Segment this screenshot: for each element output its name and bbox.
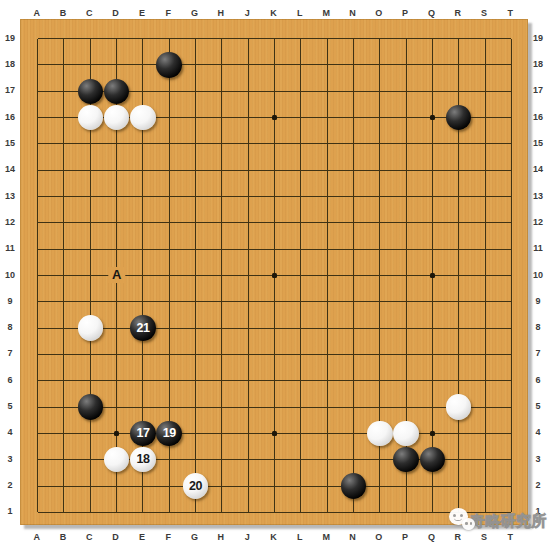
board-point-R3[interactable] — [446, 447, 472, 473]
board-point-F3[interactable] — [156, 447, 182, 473]
board-point-P17[interactable] — [393, 78, 419, 104]
board-point-N8[interactable] — [340, 315, 366, 341]
board-point-N6[interactable] — [340, 368, 366, 394]
board-point-T16[interactable] — [498, 104, 524, 130]
board-point-M2[interactable] — [314, 473, 340, 499]
board-point-L1[interactable] — [288, 499, 314, 525]
board-point-D3[interactable] — [103, 447, 129, 473]
board-point-H5[interactable] — [209, 394, 235, 420]
board-point-H15[interactable] — [209, 131, 235, 157]
board-point-F2[interactable] — [156, 473, 182, 499]
board-point-J16[interactable] — [235, 104, 261, 130]
board-point-Q18[interactable] — [419, 52, 445, 78]
board-point-M15[interactable] — [314, 131, 340, 157]
board-point-S17[interactable] — [472, 78, 498, 104]
board-point-E12[interactable] — [130, 210, 156, 236]
board-point-N14[interactable] — [340, 157, 366, 183]
board-point-Q8[interactable] — [419, 315, 445, 341]
board-point-H6[interactable] — [209, 368, 235, 394]
board-point-G10[interactable] — [182, 262, 208, 288]
board-point-Q9[interactable] — [419, 289, 445, 315]
board-point-N11[interactable] — [340, 236, 366, 262]
board-point-R10[interactable] — [446, 262, 472, 288]
board-point-C9[interactable] — [77, 289, 103, 315]
board-point-A2[interactable] — [25, 473, 51, 499]
board-point-R7[interactable] — [446, 341, 472, 367]
board-point-A11[interactable] — [25, 236, 51, 262]
board-point-F8[interactable] — [156, 315, 182, 341]
board-point-H8[interactable] — [209, 315, 235, 341]
board-point-D15[interactable] — [103, 131, 129, 157]
board-point-E5[interactable] — [130, 394, 156, 420]
board-point-H2[interactable] — [209, 473, 235, 499]
board-point-L14[interactable] — [288, 157, 314, 183]
board-point-Q12[interactable] — [419, 210, 445, 236]
board-point-J18[interactable] — [235, 52, 261, 78]
board-point-C11[interactable] — [77, 236, 103, 262]
board-point-B1[interactable] — [51, 499, 77, 525]
board-point-N5[interactable] — [340, 394, 366, 420]
board-point-H12[interactable] — [209, 210, 235, 236]
board-point-E10[interactable] — [130, 262, 156, 288]
board-point-O10[interactable] — [367, 262, 393, 288]
board-point-G1[interactable] — [182, 499, 208, 525]
board-point-Q11[interactable] — [419, 236, 445, 262]
board-point-O19[interactable] — [367, 26, 393, 52]
board-point-D18[interactable] — [103, 52, 129, 78]
board-point-F7[interactable] — [156, 341, 182, 367]
board-point-D6[interactable] — [103, 368, 129, 394]
board-point-M6[interactable] — [314, 368, 340, 394]
board-point-K12[interactable] — [261, 210, 287, 236]
board-point-Q16[interactable] — [419, 104, 445, 130]
board-point-Q2[interactable] — [419, 473, 445, 499]
board-point-P11[interactable] — [393, 236, 419, 262]
board-point-B15[interactable] — [51, 131, 77, 157]
board-point-N1[interactable] — [340, 499, 366, 525]
board-point-J4[interactable] — [235, 420, 261, 446]
board-point-M17[interactable] — [314, 78, 340, 104]
board-point-Q1[interactable] — [419, 499, 445, 525]
board-point-M19[interactable] — [314, 26, 340, 52]
board-point-S18[interactable] — [472, 52, 498, 78]
board-point-D8[interactable] — [103, 315, 129, 341]
board-point-O2[interactable] — [367, 473, 393, 499]
board-point-K18[interactable] — [261, 52, 287, 78]
board-point-Q19[interactable] — [419, 26, 445, 52]
board-point-M11[interactable] — [314, 236, 340, 262]
board-point-A13[interactable] — [25, 183, 51, 209]
board-point-M16[interactable] — [314, 104, 340, 130]
board-point-T7[interactable] — [498, 341, 524, 367]
board-point-T3[interactable] — [498, 447, 524, 473]
board-point-B7[interactable] — [51, 341, 77, 367]
board-point-L8[interactable] — [288, 315, 314, 341]
board-point-N2[interactable] — [340, 473, 366, 499]
board-point-R12[interactable] — [446, 210, 472, 236]
board-point-A15[interactable] — [25, 131, 51, 157]
board-point-L16[interactable] — [288, 104, 314, 130]
board-point-P12[interactable] — [393, 210, 419, 236]
board-point-G16[interactable] — [182, 104, 208, 130]
board-point-C14[interactable] — [77, 157, 103, 183]
board-point-Q15[interactable] — [419, 131, 445, 157]
board-point-T10[interactable] — [498, 262, 524, 288]
board-point-S6[interactable] — [472, 368, 498, 394]
board-point-O13[interactable] — [367, 183, 393, 209]
board-point-L12[interactable] — [288, 210, 314, 236]
board-point-E14[interactable] — [130, 157, 156, 183]
board-point-L13[interactable] — [288, 183, 314, 209]
board-point-P2[interactable] — [393, 473, 419, 499]
board-point-J2[interactable] — [235, 473, 261, 499]
board-point-A5[interactable] — [25, 394, 51, 420]
board-point-L9[interactable] — [288, 289, 314, 315]
board-point-K10[interactable] — [261, 262, 287, 288]
board-point-L11[interactable] — [288, 236, 314, 262]
board-point-A19[interactable] — [25, 26, 51, 52]
board-point-E4[interactable]: 17 — [130, 420, 156, 446]
board-point-D19[interactable] — [103, 26, 129, 52]
board-point-O17[interactable] — [367, 78, 393, 104]
board-point-F10[interactable] — [156, 262, 182, 288]
board-point-H13[interactable] — [209, 183, 235, 209]
board-point-L6[interactable] — [288, 368, 314, 394]
board-point-H11[interactable] — [209, 236, 235, 262]
board-point-M12[interactable] — [314, 210, 340, 236]
board-point-P18[interactable] — [393, 52, 419, 78]
board-point-B17[interactable] — [51, 78, 77, 104]
board-point-R18[interactable] — [446, 52, 472, 78]
board-point-R17[interactable] — [446, 78, 472, 104]
board-point-J19[interactable] — [235, 26, 261, 52]
board-point-A16[interactable] — [25, 104, 51, 130]
board-point-G5[interactable] — [182, 394, 208, 420]
board-point-R5[interactable] — [446, 394, 472, 420]
board-point-S3[interactable] — [472, 447, 498, 473]
board-point-A8[interactable] — [25, 315, 51, 341]
board-point-L5[interactable] — [288, 394, 314, 420]
board-point-G9[interactable] — [182, 289, 208, 315]
board-point-O15[interactable] — [367, 131, 393, 157]
board-point-E2[interactable] — [130, 473, 156, 499]
board-point-G18[interactable] — [182, 52, 208, 78]
board-point-A1[interactable] — [25, 499, 51, 525]
board-point-C1[interactable] — [77, 499, 103, 525]
board-point-T11[interactable] — [498, 236, 524, 262]
board-point-Q4[interactable] — [419, 420, 445, 446]
board-point-B12[interactable] — [51, 210, 77, 236]
board-point-N17[interactable] — [340, 78, 366, 104]
board-point-A4[interactable] — [25, 420, 51, 446]
board-point-P8[interactable] — [393, 315, 419, 341]
board-point-R6[interactable] — [446, 368, 472, 394]
board-point-Q17[interactable] — [419, 78, 445, 104]
board-point-G7[interactable] — [182, 341, 208, 367]
board-point-J13[interactable] — [235, 183, 261, 209]
board-point-F6[interactable] — [156, 368, 182, 394]
board-point-J10[interactable] — [235, 262, 261, 288]
board-point-B10[interactable] — [51, 262, 77, 288]
board-point-D7[interactable] — [103, 341, 129, 367]
board-point-H3[interactable] — [209, 447, 235, 473]
board-point-N13[interactable] — [340, 183, 366, 209]
board-point-B6[interactable] — [51, 368, 77, 394]
board-point-H19[interactable] — [209, 26, 235, 52]
board-point-P6[interactable] — [393, 368, 419, 394]
board-point-S12[interactable] — [472, 210, 498, 236]
board-point-S7[interactable] — [472, 341, 498, 367]
board-point-N18[interactable] — [340, 52, 366, 78]
board-point-C7[interactable] — [77, 341, 103, 367]
board-point-E6[interactable] — [130, 368, 156, 394]
board-point-Q10[interactable] — [419, 262, 445, 288]
board-point-C16[interactable] — [77, 104, 103, 130]
board-point-K9[interactable] — [261, 289, 287, 315]
board-point-M5[interactable] — [314, 394, 340, 420]
board-point-Q14[interactable] — [419, 157, 445, 183]
board-point-J3[interactable] — [235, 447, 261, 473]
board-point-G6[interactable] — [182, 368, 208, 394]
board-point-J12[interactable] — [235, 210, 261, 236]
board-point-O11[interactable] — [367, 236, 393, 262]
board-point-K7[interactable] — [261, 341, 287, 367]
board-point-A6[interactable] — [25, 368, 51, 394]
board-point-D17[interactable] — [103, 78, 129, 104]
board-point-S8[interactable] — [472, 315, 498, 341]
board-point-D16[interactable] — [103, 104, 129, 130]
board-point-M10[interactable] — [314, 262, 340, 288]
board-point-J11[interactable] — [235, 236, 261, 262]
board-point-F9[interactable] — [156, 289, 182, 315]
board-point-F13[interactable] — [156, 183, 182, 209]
board-point-O12[interactable] — [367, 210, 393, 236]
board-point-A12[interactable] — [25, 210, 51, 236]
board-point-Q3[interactable] — [419, 447, 445, 473]
board-point-N19[interactable] — [340, 26, 366, 52]
board-point-K3[interactable] — [261, 447, 287, 473]
board-point-H9[interactable] — [209, 289, 235, 315]
board-point-F17[interactable] — [156, 78, 182, 104]
board-point-R11[interactable] — [446, 236, 472, 262]
board-point-J8[interactable] — [235, 315, 261, 341]
board-point-C12[interactable] — [77, 210, 103, 236]
board-point-P19[interactable] — [393, 26, 419, 52]
board-point-R4[interactable] — [446, 420, 472, 446]
board-point-H1[interactable] — [209, 499, 235, 525]
board-point-F5[interactable] — [156, 394, 182, 420]
board-point-L17[interactable] — [288, 78, 314, 104]
board-point-Q5[interactable] — [419, 394, 445, 420]
board-point-L19[interactable] — [288, 26, 314, 52]
board-point-A9[interactable] — [25, 289, 51, 315]
board-point-L3[interactable] — [288, 447, 314, 473]
board-point-B4[interactable] — [51, 420, 77, 446]
board-point-S9[interactable] — [472, 289, 498, 315]
board-point-E18[interactable] — [130, 52, 156, 78]
board-point-K19[interactable] — [261, 26, 287, 52]
board-point-R9[interactable] — [446, 289, 472, 315]
board-point-B13[interactable] — [51, 183, 77, 209]
board-point-K4[interactable] — [261, 420, 287, 446]
board-point-M13[interactable] — [314, 183, 340, 209]
board-point-P15[interactable] — [393, 131, 419, 157]
board-point-G2[interactable]: 20 — [182, 473, 208, 499]
board-point-H7[interactable] — [209, 341, 235, 367]
board-point-O8[interactable] — [367, 315, 393, 341]
board-point-F12[interactable] — [156, 210, 182, 236]
board-point-B19[interactable] — [51, 26, 77, 52]
board-point-K5[interactable] — [261, 394, 287, 420]
board-point-B5[interactable] — [51, 394, 77, 420]
board-point-T4[interactable] — [498, 420, 524, 446]
board-point-D1[interactable] — [103, 499, 129, 525]
board-point-A14[interactable] — [25, 157, 51, 183]
board-point-T6[interactable] — [498, 368, 524, 394]
board-point-N3[interactable] — [340, 447, 366, 473]
board-point-J7[interactable] — [235, 341, 261, 367]
board-point-D14[interactable] — [103, 157, 129, 183]
board-point-J6[interactable] — [235, 368, 261, 394]
board-point-S19[interactable] — [472, 26, 498, 52]
board-point-G11[interactable] — [182, 236, 208, 262]
board-point-R16[interactable] — [446, 104, 472, 130]
board-point-F1[interactable] — [156, 499, 182, 525]
board-point-F19[interactable] — [156, 26, 182, 52]
board-point-O5[interactable] — [367, 394, 393, 420]
board-point-B9[interactable] — [51, 289, 77, 315]
board-point-E19[interactable] — [130, 26, 156, 52]
board-point-P5[interactable] — [393, 394, 419, 420]
board-point-T9[interactable] — [498, 289, 524, 315]
board-point-Q6[interactable] — [419, 368, 445, 394]
board-point-D4[interactable] — [103, 420, 129, 446]
board-point-L10[interactable] — [288, 262, 314, 288]
board-point-C19[interactable] — [77, 26, 103, 52]
board-point-D5[interactable] — [103, 394, 129, 420]
board-point-M3[interactable] — [314, 447, 340, 473]
board-point-G12[interactable] — [182, 210, 208, 236]
board-point-O6[interactable] — [367, 368, 393, 394]
board-point-F15[interactable] — [156, 131, 182, 157]
board-point-O9[interactable] — [367, 289, 393, 315]
board-point-N4[interactable] — [340, 420, 366, 446]
board-point-C18[interactable] — [77, 52, 103, 78]
board-point-D9[interactable] — [103, 289, 129, 315]
board-point-K14[interactable] — [261, 157, 287, 183]
board-point-T5[interactable] — [498, 394, 524, 420]
board-point-B3[interactable] — [51, 447, 77, 473]
board-point-S15[interactable] — [472, 131, 498, 157]
board-point-K8[interactable] — [261, 315, 287, 341]
board-point-O1[interactable] — [367, 499, 393, 525]
board-point-A10[interactable] — [25, 262, 51, 288]
board-point-L2[interactable] — [288, 473, 314, 499]
board-point-D10[interactable]: A — [103, 262, 129, 288]
board-point-F11[interactable] — [156, 236, 182, 262]
board-point-C15[interactable] — [77, 131, 103, 157]
board-point-B11[interactable] — [51, 236, 77, 262]
board-point-L18[interactable] — [288, 52, 314, 78]
board-point-L4[interactable] — [288, 420, 314, 446]
board-point-R13[interactable] — [446, 183, 472, 209]
board-point-C6[interactable] — [77, 368, 103, 394]
board-point-B2[interactable] — [51, 473, 77, 499]
board-point-J15[interactable] — [235, 131, 261, 157]
board-point-R15[interactable] — [446, 131, 472, 157]
board-point-F18[interactable] — [156, 52, 182, 78]
board-point-M7[interactable] — [314, 341, 340, 367]
board-point-P16[interactable] — [393, 104, 419, 130]
board-point-E3[interactable]: 18 — [130, 447, 156, 473]
board-point-R8[interactable] — [446, 315, 472, 341]
board-point-M14[interactable] — [314, 157, 340, 183]
board-point-G15[interactable] — [182, 131, 208, 157]
board-point-E8[interactable]: 21 — [130, 315, 156, 341]
board-point-P13[interactable] — [393, 183, 419, 209]
board-point-A17[interactable] — [25, 78, 51, 104]
board-point-L15[interactable] — [288, 131, 314, 157]
board-point-H16[interactable] — [209, 104, 235, 130]
board-point-E17[interactable] — [130, 78, 156, 104]
board-point-C10[interactable] — [77, 262, 103, 288]
board-point-B16[interactable] — [51, 104, 77, 130]
board-point-M1[interactable] — [314, 499, 340, 525]
board-point-L7[interactable] — [288, 341, 314, 367]
board-point-S10[interactable] — [472, 262, 498, 288]
board-point-O4[interactable] — [367, 420, 393, 446]
board-point-A3[interactable] — [25, 447, 51, 473]
board-point-G8[interactable] — [182, 315, 208, 341]
board-point-S11[interactable] — [472, 236, 498, 262]
board-point-T2[interactable] — [498, 473, 524, 499]
board-point-K6[interactable] — [261, 368, 287, 394]
board-point-T17[interactable] — [498, 78, 524, 104]
board-point-T14[interactable] — [498, 157, 524, 183]
board-point-S16[interactable] — [472, 104, 498, 130]
board-point-P14[interactable] — [393, 157, 419, 183]
board-point-K2[interactable] — [261, 473, 287, 499]
board-point-M4[interactable] — [314, 420, 340, 446]
board-point-K17[interactable] — [261, 78, 287, 104]
board-point-N16[interactable] — [340, 104, 366, 130]
board-point-T19[interactable] — [498, 26, 524, 52]
board-point-P9[interactable] — [393, 289, 419, 315]
board-point-J9[interactable] — [235, 289, 261, 315]
board-point-C3[interactable] — [77, 447, 103, 473]
board-point-O18[interactable] — [367, 52, 393, 78]
board-point-N9[interactable] — [340, 289, 366, 315]
board-point-P1[interactable] — [393, 499, 419, 525]
board-point-G17[interactable] — [182, 78, 208, 104]
board-point-S2[interactable] — [472, 473, 498, 499]
board-point-P4[interactable] — [393, 420, 419, 446]
board-point-H14[interactable] — [209, 157, 235, 183]
board-point-C5[interactable] — [77, 394, 103, 420]
board-point-S5[interactable] — [472, 394, 498, 420]
board-point-H17[interactable] — [209, 78, 235, 104]
board-point-G13[interactable] — [182, 183, 208, 209]
board-point-P7[interactable] — [393, 341, 419, 367]
board-point-T15[interactable] — [498, 131, 524, 157]
board-point-B18[interactable] — [51, 52, 77, 78]
board-point-M18[interactable] — [314, 52, 340, 78]
board-point-S13[interactable] — [472, 183, 498, 209]
board-point-N12[interactable] — [340, 210, 366, 236]
board-point-C17[interactable] — [77, 78, 103, 104]
board-point-J14[interactable] — [235, 157, 261, 183]
board-point-O3[interactable] — [367, 447, 393, 473]
